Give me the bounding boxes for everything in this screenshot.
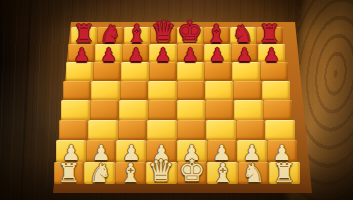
- square-d8[interactable]: ♛: [150, 27, 177, 44]
- square-b5[interactable]: [91, 81, 119, 100]
- square-h1[interactable]: ♜: [269, 162, 300, 185]
- red-pawn[interactable]: ♟: [236, 46, 252, 64]
- square-h4[interactable]: [263, 100, 292, 120]
- board-row-rank-6: [66, 62, 288, 81]
- white-knight[interactable]: ♞: [88, 160, 111, 186]
- square-g5[interactable]: [233, 81, 261, 100]
- square-f4[interactable]: [205, 100, 234, 120]
- white-bishop[interactable]: ♝: [119, 160, 142, 186]
- square-b1[interactable]: ♞: [84, 162, 115, 185]
- square-a3[interactable]: [59, 120, 89, 141]
- square-a8[interactable]: ♜: [71, 27, 98, 44]
- red-pawn[interactable]: ♟: [209, 46, 225, 64]
- board-row-rank-3: [59, 120, 295, 141]
- square-c3[interactable]: [118, 120, 148, 141]
- square-c1[interactable]: ♝: [115, 162, 146, 185]
- red-pawn[interactable]: ♟: [182, 46, 198, 64]
- red-bishop[interactable]: ♝: [126, 22, 148, 46]
- square-e4[interactable]: [177, 100, 206, 120]
- square-b8[interactable]: ♞: [97, 27, 124, 44]
- square-a1[interactable]: ♜: [54, 162, 85, 185]
- chess-game-scene: ♜♞♝♛♚♝♞♜♟♟♟♟♟♟♟♟♟♟♟♟♟♟♟♟♜♞♝♛♚♝♞♜: [0, 0, 353, 200]
- red-knight[interactable]: ♞: [232, 22, 254, 46]
- square-e3[interactable]: [177, 120, 207, 141]
- square-d4[interactable]: [148, 100, 177, 120]
- board-row-rank-4: [61, 100, 292, 120]
- chess-board[interactable]: ♜♞♝♛♚♝♞♜♟♟♟♟♟♟♟♟♟♟♟♟♟♟♟♟♜♞♝♛♚♝♞♜: [0, 27, 353, 186]
- square-d1[interactable]: ♛: [146, 162, 177, 185]
- board-row-rank-5: [63, 81, 290, 100]
- square-f3[interactable]: [206, 120, 236, 141]
- square-c5[interactable]: [120, 81, 148, 100]
- white-queen[interactable]: ♛: [148, 156, 175, 186]
- square-f8[interactable]: ♝: [203, 27, 230, 44]
- square-b3[interactable]: [88, 120, 118, 141]
- white-rook[interactable]: ♜: [272, 160, 295, 186]
- red-king[interactable]: ♚: [177, 18, 202, 46]
- square-e8[interactable]: ♚: [177, 27, 204, 44]
- square-d3[interactable]: [147, 120, 177, 141]
- square-f5[interactable]: [205, 81, 233, 100]
- white-knight[interactable]: ♞: [242, 160, 265, 186]
- red-pawn[interactable]: ♟: [263, 46, 279, 64]
- square-a5[interactable]: [63, 81, 91, 100]
- square-c4[interactable]: [119, 100, 148, 120]
- square-g8[interactable]: ♞: [230, 27, 257, 44]
- red-pawn[interactable]: ♟: [128, 46, 144, 64]
- square-d5[interactable]: [148, 81, 176, 100]
- white-rook[interactable]: ♜: [57, 160, 80, 186]
- square-g4[interactable]: [234, 100, 263, 120]
- white-king[interactable]: ♚: [178, 156, 205, 186]
- red-knight[interactable]: ♞: [99, 22, 121, 46]
- red-rook[interactable]: ♜: [258, 22, 280, 46]
- square-e1[interactable]: ♚: [177, 162, 208, 185]
- square-g1[interactable]: ♞: [238, 162, 269, 185]
- red-rook[interactable]: ♜: [73, 22, 95, 46]
- square-f1[interactable]: ♝: [207, 162, 238, 185]
- square-g3[interactable]: [236, 120, 266, 141]
- board-row-rank-1: ♜♞♝♛♚♝♞♜: [54, 162, 300, 185]
- white-bishop[interactable]: ♝: [211, 160, 234, 186]
- red-pawn[interactable]: ♟: [73, 46, 89, 64]
- square-h3[interactable]: [265, 120, 295, 141]
- red-pawn[interactable]: ♟: [155, 46, 171, 64]
- square-b4[interactable]: [90, 100, 119, 120]
- square-h5[interactable]: [262, 81, 290, 100]
- square-c8[interactable]: ♝: [124, 27, 151, 44]
- red-pawn[interactable]: ♟: [101, 46, 117, 64]
- square-h8[interactable]: ♜: [256, 27, 283, 44]
- board-row-rank-8: ♜♞♝♛♚♝♞♜: [71, 27, 283, 44]
- red-bishop[interactable]: ♝: [205, 22, 227, 46]
- red-queen[interactable]: ♛: [151, 18, 176, 46]
- square-a4[interactable]: [61, 100, 90, 120]
- square-e5[interactable]: [177, 81, 205, 100]
